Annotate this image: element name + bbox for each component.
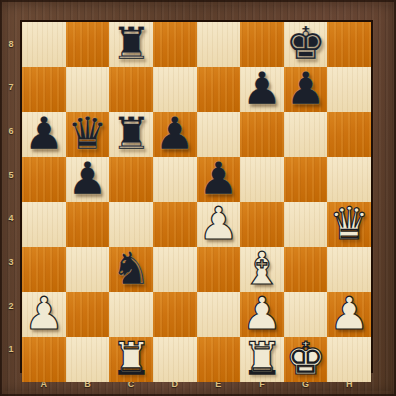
- square-h1[interactable]: [327, 337, 371, 382]
- square-f3[interactable]: ♝: [240, 247, 284, 292]
- square-a2[interactable]: ♟: [22, 292, 66, 337]
- square-h8[interactable]: [327, 22, 371, 67]
- square-f7[interactable]: ♟: [240, 67, 284, 112]
- rank-label-4: 4: [0, 197, 22, 241]
- square-c6[interactable]: ♜: [109, 112, 153, 157]
- square-h7[interactable]: [327, 67, 371, 112]
- square-a4[interactable]: [22, 202, 66, 247]
- square-h5[interactable]: [327, 157, 371, 202]
- square-c2[interactable]: [109, 292, 153, 337]
- rank-labels: 87654321: [0, 22, 22, 371]
- rank-label-8: 8: [0, 22, 22, 66]
- square-h4[interactable]: ♛: [327, 202, 371, 247]
- square-a1[interactable]: [22, 337, 66, 382]
- square-e8[interactable]: [197, 22, 241, 67]
- square-f1[interactable]: ♜: [240, 337, 284, 382]
- piece-white-bishop[interactable]: ♝: [242, 246, 282, 291]
- square-b5[interactable]: ♟: [66, 157, 110, 202]
- rank-label-7: 7: [0, 66, 22, 110]
- square-e5[interactable]: ♟: [197, 157, 241, 202]
- square-e4[interactable]: ♟: [197, 202, 241, 247]
- piece-black-queen[interactable]: ♛: [67, 111, 107, 156]
- piece-white-king[interactable]: ♚: [285, 336, 325, 381]
- square-b3[interactable]: [66, 247, 110, 292]
- piece-black-pawn[interactable]: ♟: [242, 66, 282, 111]
- square-g2[interactable]: [284, 292, 328, 337]
- square-e1[interactable]: [197, 337, 241, 382]
- piece-black-pawn[interactable]: ♟: [155, 111, 195, 156]
- piece-white-rook[interactable]: ♜: [242, 336, 282, 381]
- rank-label-1: 1: [0, 327, 22, 371]
- piece-white-pawn[interactable]: ♟: [198, 201, 238, 246]
- piece-white-rook[interactable]: ♜: [111, 336, 151, 381]
- square-d1[interactable]: [153, 337, 197, 382]
- chess-board: ♜♚♟♟♟♛♜♟♟♟♟♛♞♝♟♟♟♜♜♚: [22, 22, 371, 371]
- rank-label-6: 6: [0, 109, 22, 153]
- square-f5[interactable]: [240, 157, 284, 202]
- square-g4[interactable]: [284, 202, 328, 247]
- square-d3[interactable]: [153, 247, 197, 292]
- piece-white-pawn[interactable]: ♟: [242, 291, 282, 336]
- square-b8[interactable]: [66, 22, 110, 67]
- piece-white-pawn[interactable]: ♟: [24, 291, 64, 336]
- piece-black-pawn[interactable]: ♟: [67, 156, 107, 201]
- square-h6[interactable]: [327, 112, 371, 157]
- piece-black-rook[interactable]: ♜: [111, 111, 151, 156]
- piece-black-pawn[interactable]: ♟: [285, 66, 325, 111]
- square-f4[interactable]: [240, 202, 284, 247]
- square-c1[interactable]: ♜: [109, 337, 153, 382]
- square-b7[interactable]: [66, 67, 110, 112]
- square-g6[interactable]: [284, 112, 328, 157]
- square-h2[interactable]: ♟: [327, 292, 371, 337]
- square-d6[interactable]: ♟: [153, 112, 197, 157]
- rank-label-3: 3: [0, 240, 22, 284]
- square-e6[interactable]: [197, 112, 241, 157]
- square-f8[interactable]: [240, 22, 284, 67]
- square-f2[interactable]: ♟: [240, 292, 284, 337]
- square-a6[interactable]: ♟: [22, 112, 66, 157]
- square-c3[interactable]: ♞: [109, 247, 153, 292]
- piece-black-king[interactable]: ♚: [285, 21, 325, 66]
- chessboard-app: 87654321 ABCDEFGH ♜♚♟♟♟♛♜♟♟♟♟♛♞♝♟♟♟♜♜♚: [0, 0, 396, 396]
- square-e7[interactable]: [197, 67, 241, 112]
- square-a3[interactable]: [22, 247, 66, 292]
- square-a8[interactable]: [22, 22, 66, 67]
- rank-label-5: 5: [0, 153, 22, 197]
- square-g1[interactable]: ♚: [284, 337, 328, 382]
- square-g3[interactable]: [284, 247, 328, 292]
- square-d5[interactable]: [153, 157, 197, 202]
- piece-white-pawn[interactable]: ♟: [329, 291, 369, 336]
- square-c7[interactable]: [109, 67, 153, 112]
- square-b4[interactable]: [66, 202, 110, 247]
- square-e2[interactable]: [197, 292, 241, 337]
- square-c8[interactable]: ♜: [109, 22, 153, 67]
- square-g5[interactable]: [284, 157, 328, 202]
- piece-black-pawn[interactable]: ♟: [198, 156, 238, 201]
- square-b6[interactable]: ♛: [66, 112, 110, 157]
- square-b2[interactable]: [66, 292, 110, 337]
- square-h3[interactable]: [327, 247, 371, 292]
- square-c4[interactable]: [109, 202, 153, 247]
- square-d2[interactable]: [153, 292, 197, 337]
- square-g7[interactable]: ♟: [284, 67, 328, 112]
- square-b1[interactable]: [66, 337, 110, 382]
- square-f6[interactable]: [240, 112, 284, 157]
- square-g8[interactable]: ♚: [284, 22, 328, 67]
- square-a5[interactable]: [22, 157, 66, 202]
- piece-black-pawn[interactable]: ♟: [24, 111, 64, 156]
- square-c5[interactable]: [109, 157, 153, 202]
- square-e3[interactable]: [197, 247, 241, 292]
- square-d7[interactable]: [153, 67, 197, 112]
- square-d4[interactable]: [153, 202, 197, 247]
- piece-black-rook[interactable]: ♜: [111, 21, 151, 66]
- piece-black-knight[interactable]: ♞: [111, 246, 151, 291]
- piece-white-queen[interactable]: ♛: [329, 201, 369, 246]
- rank-label-2: 2: [0, 284, 22, 328]
- square-d8[interactable]: [153, 22, 197, 67]
- square-a7[interactable]: [22, 67, 66, 112]
